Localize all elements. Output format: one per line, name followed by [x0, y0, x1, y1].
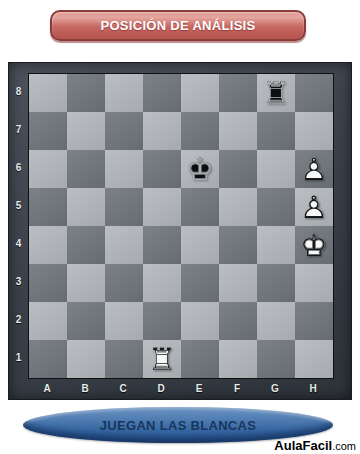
- piece-white-rook: ♜♖: [143, 340, 181, 378]
- square-c5: [105, 188, 143, 226]
- square-a4: [29, 226, 67, 264]
- square-e1: [181, 340, 219, 378]
- rank-labels: 87654321: [9, 73, 28, 377]
- rank-label-7: 7: [9, 111, 28, 149]
- title-banner: POSICIÓN DE ANÁLISIS: [50, 10, 306, 41]
- square-e7: [181, 112, 219, 150]
- file-label-g: G: [256, 378, 294, 400]
- square-h8: [295, 74, 333, 112]
- rank-label-8: 8: [9, 73, 28, 111]
- square-d7: [143, 112, 181, 150]
- piece-black-rook: ♜♖: [257, 74, 295, 112]
- file-label-a: A: [28, 378, 66, 400]
- brand-suffix: .com: [332, 440, 356, 452]
- chess-board-frame: 87654321 ♜♖♚♔♟♙♟♙♚♔♜♖ ABCDEFGH: [8, 62, 352, 400]
- brand: AulaFacil.com: [274, 436, 356, 454]
- square-d2: [143, 302, 181, 340]
- square-f3: [219, 264, 257, 302]
- square-b3: [67, 264, 105, 302]
- square-e3: [181, 264, 219, 302]
- square-h1: [295, 340, 333, 378]
- square-e2: [181, 302, 219, 340]
- square-e6: ♚♔: [181, 150, 219, 188]
- square-c4: [105, 226, 143, 264]
- square-b4: [67, 226, 105, 264]
- square-c1: [105, 340, 143, 378]
- square-h5: ♟♙: [295, 188, 333, 226]
- piece-black-king: ♚♔: [181, 150, 219, 188]
- square-d1: ♜♖: [143, 340, 181, 378]
- square-a1: [29, 340, 67, 378]
- white-pawn-glyph-outline: ♙: [295, 188, 333, 226]
- square-b6: [67, 150, 105, 188]
- square-b8: [67, 74, 105, 112]
- square-g3: [257, 264, 295, 302]
- rank-label-5: 5: [9, 187, 28, 225]
- square-e5: [181, 188, 219, 226]
- square-f4: [219, 226, 257, 264]
- square-g4: [257, 226, 295, 264]
- file-label-b: B: [66, 378, 104, 400]
- square-c6: [105, 150, 143, 188]
- file-label-c: C: [104, 378, 142, 400]
- square-f6: [219, 150, 257, 188]
- white-rook-glyph-outline: ♖: [143, 340, 181, 378]
- square-a8: [29, 74, 67, 112]
- square-g5: [257, 188, 295, 226]
- square-h6: ♟♙: [295, 150, 333, 188]
- white-pawn-glyph-outline: ♙: [295, 150, 333, 188]
- square-b5: [67, 188, 105, 226]
- rank-label-1: 1: [9, 339, 28, 377]
- square-e8: [181, 74, 219, 112]
- square-f5: [219, 188, 257, 226]
- square-b2: [67, 302, 105, 340]
- square-b7: [67, 112, 105, 150]
- chess-board: ♜♖♚♔♟♙♟♙♚♔♜♖: [28, 73, 334, 379]
- file-label-d: D: [142, 378, 180, 400]
- rank-label-4: 4: [9, 225, 28, 263]
- square-d8: [143, 74, 181, 112]
- file-labels: ABCDEFGH: [28, 378, 332, 400]
- square-b1: [67, 340, 105, 378]
- square-a2: [29, 302, 67, 340]
- piece-white-pawn: ♟♙: [295, 150, 333, 188]
- square-c3: [105, 264, 143, 302]
- brand-name: AulaFacil: [274, 438, 332, 453]
- page: POSICIÓN DE ANÁLISIS 87654321 ♜♖♚♔♟♙♟♙♚♔…: [0, 0, 360, 454]
- square-g6: [257, 150, 295, 188]
- square-g8: ♜♖: [257, 74, 295, 112]
- black-rook-glyph-outline: ♖: [257, 74, 295, 112]
- piece-white-pawn: ♟♙: [295, 188, 333, 226]
- square-f8: [219, 74, 257, 112]
- rank-label-6: 6: [9, 149, 28, 187]
- square-c2: [105, 302, 143, 340]
- square-e4: [181, 226, 219, 264]
- square-a5: [29, 188, 67, 226]
- page-title: POSICIÓN DE ANÁLISIS: [100, 18, 255, 33]
- rank-label-2: 2: [9, 301, 28, 339]
- square-h4: ♚♔: [295, 226, 333, 264]
- square-g2: [257, 302, 295, 340]
- square-f7: [219, 112, 257, 150]
- square-c8: [105, 74, 143, 112]
- white-king-glyph-outline: ♔: [295, 226, 333, 264]
- square-a6: [29, 150, 67, 188]
- square-d3: [143, 264, 181, 302]
- rank-label-3: 3: [9, 263, 28, 301]
- square-h7: [295, 112, 333, 150]
- square-h2: [295, 302, 333, 340]
- file-label-e: E: [180, 378, 218, 400]
- square-d5: [143, 188, 181, 226]
- square-a3: [29, 264, 67, 302]
- piece-white-king: ♚♔: [295, 226, 333, 264]
- black-king-glyph-outline: ♔: [181, 150, 219, 188]
- square-d4: [143, 226, 181, 264]
- square-g1: [257, 340, 295, 378]
- file-label-h: H: [294, 378, 332, 400]
- file-label-f: F: [218, 378, 256, 400]
- square-a7: [29, 112, 67, 150]
- square-c7: [105, 112, 143, 150]
- turn-caption: JUEGAN LAS BLANCAS: [100, 418, 256, 433]
- square-d6: [143, 150, 181, 188]
- square-h3: [295, 264, 333, 302]
- square-g7: [257, 112, 295, 150]
- square-f1: [219, 340, 257, 378]
- square-f2: [219, 302, 257, 340]
